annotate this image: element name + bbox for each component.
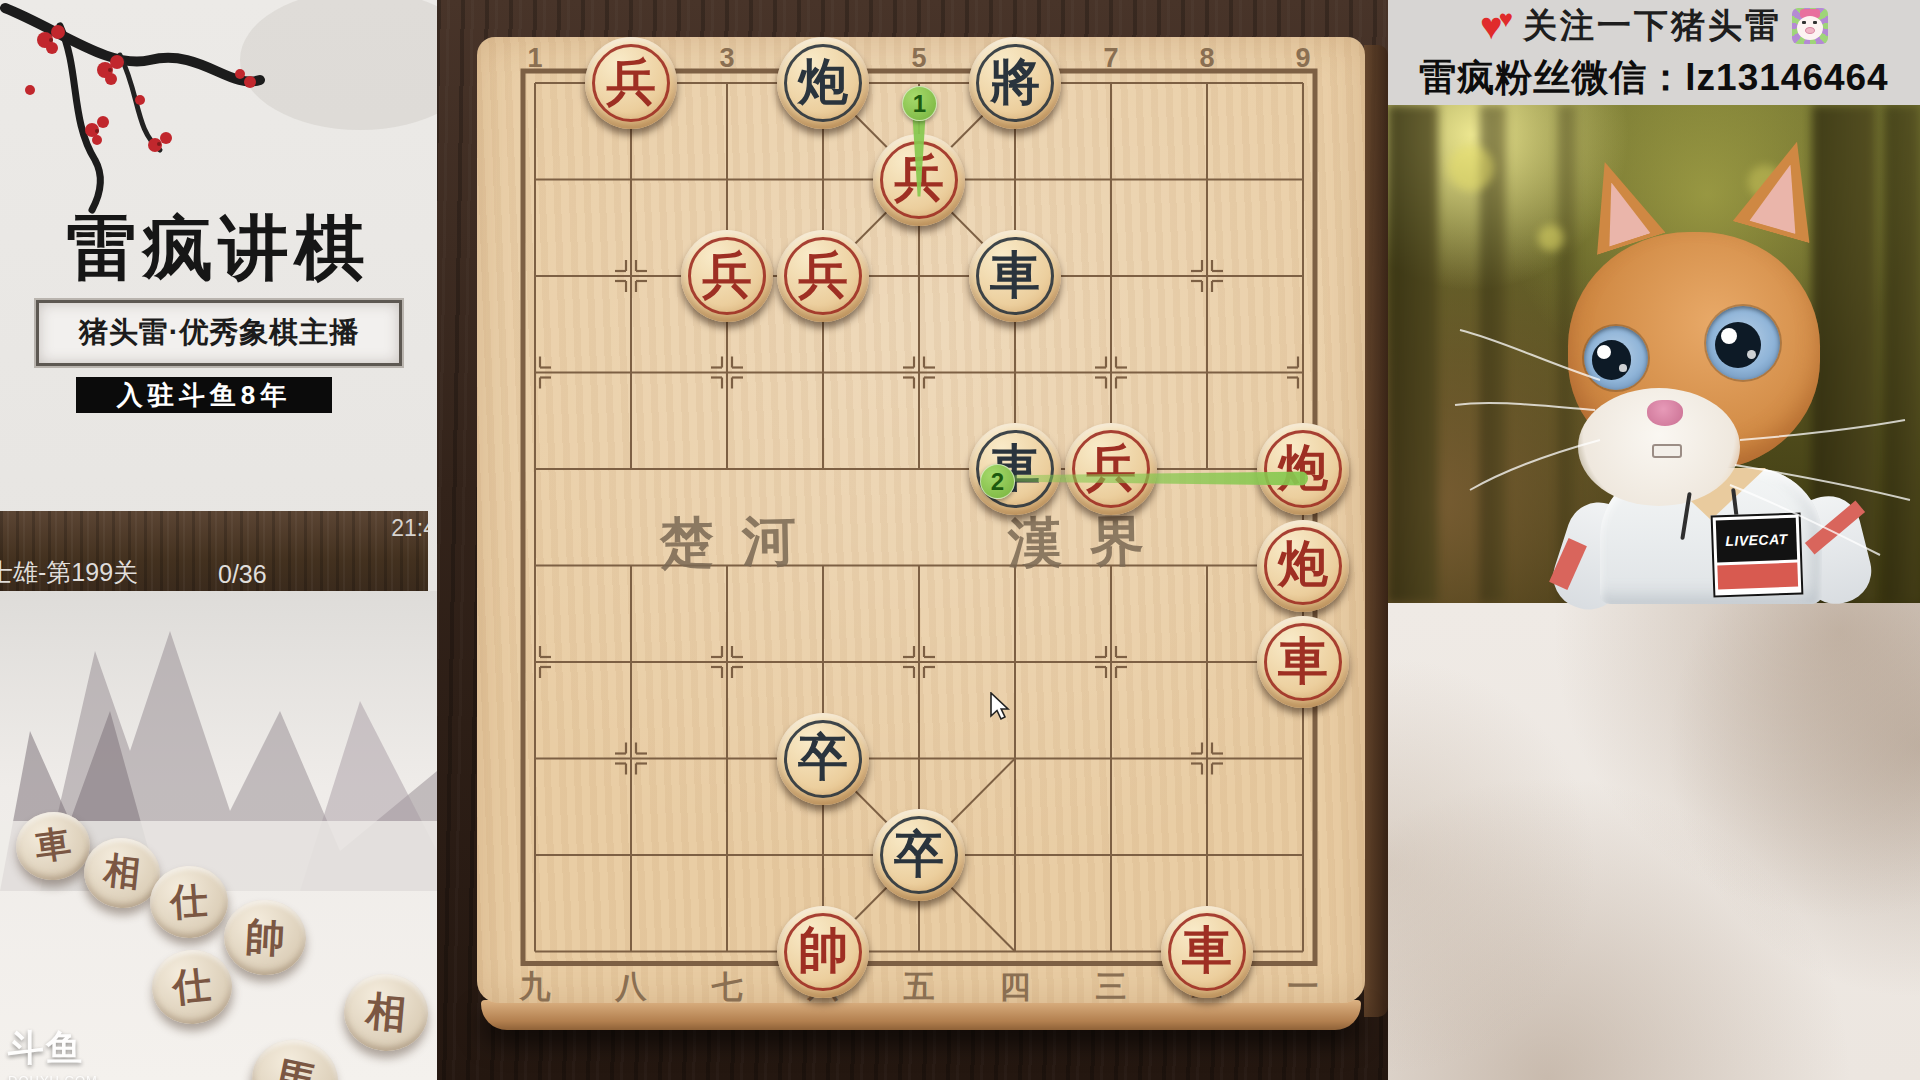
river-label-right: 漢界 — [1007, 505, 1172, 581]
piece-black-將[interactable]: 將 — [969, 37, 1061, 129]
stream-info-panel: 棋如人生 以棋会友 直播时间每晚： 19点-23点 斗鱼房间号： 291514 … — [1388, 603, 1920, 1080]
piece-glyph: 車 — [990, 242, 1040, 309]
follow-banner: ♥ ♥ 关注一下猪头雷 雷疯粉丝微信：lz13146464 — [1388, 0, 1920, 105]
photo-piece-帥: 帥 — [222, 898, 308, 978]
piece-red-車[interactable]: 車 — [1257, 616, 1349, 708]
douyu-logo-sub: DOUYU.COM — [8, 1073, 98, 1080]
piece-black-卒[interactable]: 卒 — [777, 713, 869, 805]
board-side-face — [1364, 45, 1388, 1017]
move-hint-badge: 1 — [902, 86, 937, 121]
piece-glyph: 車 — [1278, 628, 1328, 695]
piece-red-炮[interactable]: 炮 — [1257, 423, 1349, 515]
light-bokeh — [1538, 225, 1564, 251]
piece-glyph: 帥 — [798, 917, 848, 984]
pig-emoji-icon — [1792, 8, 1828, 44]
cat-whiskers — [1450, 320, 1920, 580]
move-hint-badge: 2 — [980, 464, 1015, 499]
piece-glyph: 兵 — [1086, 435, 1136, 502]
stream-screen: 雷疯讲棋 猪头雷·优秀象棋主播 入驻斗鱼8年 21:4 士雄-第199关 0/3… — [0, 0, 1920, 1080]
piece-black-炮[interactable]: 炮 — [777, 37, 869, 129]
file-label-top: 3 — [709, 43, 745, 74]
file-label-top: 9 — [1285, 43, 1321, 74]
level-progress: 0/36 — [218, 560, 267, 589]
left-sidebar: 雷疯讲棋 猪头雷·优秀象棋主播 入驻斗鱼8年 21:4 士雄-第199关 0/3… — [0, 0, 437, 1080]
streamer-subtitle: 猪头雷·优秀象棋主播 — [79, 313, 360, 353]
photo-piece-馬: 馬 — [245, 1032, 346, 1080]
file-label-bottom: 三 — [1091, 966, 1131, 1008]
piece-glyph: 炮 — [1278, 531, 1328, 598]
level-title: 士雄-第199关 — [0, 556, 138, 589]
banner-line1: ♥ ♥ 关注一下猪头雷 — [1480, 3, 1828, 49]
piece-glyph: 將 — [990, 49, 1040, 116]
piece-glyph: 炮 — [798, 49, 848, 116]
piece-black-車[interactable]: 車 — [969, 423, 1061, 515]
piece-red-炮[interactable]: 炮 — [1257, 520, 1349, 612]
piece-glyph: 炮 — [1278, 435, 1328, 502]
ink-mountain-photo-area: 車相仕帥仕相馬 — [0, 591, 437, 1080]
piece-red-兵[interactable]: 兵 — [777, 230, 869, 322]
streamer-title: 雷疯讲棋 — [0, 202, 437, 296]
piece-glyph: 卒 — [894, 821, 944, 888]
file-label-bottom: 五 — [899, 966, 939, 1008]
video-preview-strip: 21:4 士雄-第199关 0/36 — [0, 511, 428, 591]
file-label-bottom: 七 — [707, 966, 747, 1008]
river-label-left: 楚河 — [659, 505, 824, 581]
piece-red-兵[interactable]: 兵 — [1065, 423, 1157, 515]
photo-piece-仕: 仕 — [148, 946, 235, 1028]
piece-red-帥[interactable]: 帥 — [777, 906, 869, 998]
streamer-subtitle-box: 猪头雷·优秀象棋主播 — [36, 300, 402, 366]
douyu-logo: 斗鱼 DOUYU.COM — [8, 1024, 98, 1080]
streamer-badge-text: 入驻斗鱼8年 — [117, 378, 291, 413]
file-label-top: 8 — [1189, 43, 1225, 74]
plum-blossom-art — [0, 0, 437, 215]
mouse-cursor — [989, 692, 1015, 722]
piece-glyph: 兵 — [606, 49, 656, 116]
piece-glyph: 卒 — [798, 724, 848, 791]
file-label-bottom: 九 — [515, 966, 555, 1008]
piece-glyph: 兵 — [702, 242, 752, 309]
light-bokeh — [1448, 145, 1494, 191]
file-label-bottom: 八 — [611, 966, 651, 1008]
tree-trunk — [1388, 105, 1438, 603]
file-label-bottom: 一 — [1283, 966, 1323, 1008]
piece-glyph: 兵 — [798, 242, 848, 309]
follow-text: 关注一下猪头雷 — [1523, 3, 1782, 49]
piece-glyph: 車 — [1182, 917, 1232, 984]
video-timestamp: 21:4 — [391, 515, 428, 542]
wechat-id: lz13146464 — [1685, 57, 1888, 98]
photo-piece-相: 相 — [341, 970, 431, 1054]
file-label-top: 7 — [1093, 43, 1129, 74]
piece-red-兵[interactable]: 兵 — [585, 37, 677, 129]
piece-black-車[interactable]: 車 — [969, 230, 1061, 322]
douyu-logo-main: 斗鱼 — [8, 1024, 98, 1073]
piece-red-車[interactable]: 車 — [1161, 906, 1253, 998]
wechat-label: 雷疯粉丝微信： — [1419, 57, 1685, 98]
file-label-top: 5 — [901, 43, 937, 74]
piece-black-卒[interactable]: 卒 — [873, 809, 965, 901]
streamer-badge: 入驻斗鱼8年 — [76, 377, 332, 413]
heart-icon: ♥ — [1499, 7, 1513, 31]
file-label-top: 1 — [517, 43, 553, 74]
piece-red-兵[interactable]: 兵 — [681, 230, 773, 322]
banner-line2: 雷疯粉丝微信：lz13146464 — [1419, 53, 1888, 103]
file-label-bottom: 四 — [995, 966, 1035, 1008]
